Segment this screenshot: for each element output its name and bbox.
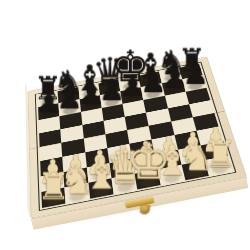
piece-black-pawn-h7: ♟ <box>182 59 209 89</box>
piece-white-rook-h1: ♜ <box>204 135 237 172</box>
square-h5 <box>189 100 214 117</box>
scene: ♜♞♝♛♚♝♞♜♟♟♟♟♟♟♟♟♟♟♟♟♟♟♟♟♜♞♝♛♚♝♞♜ <box>0 0 250 250</box>
box-left-edge <box>25 83 30 219</box>
product-photo: ♜♞♝♛♚♝♞♜♟♟♟♟♟♟♟♟♟♟♟♟♟♟♟♟♜♞♝♛♚♝♞♜ <box>0 0 250 250</box>
square-g5 <box>167 104 192 121</box>
brass-clasp-hasp-icon <box>140 205 151 214</box>
wooden-chess-box: ♜♞♝♛♚♝♞♜♟♟♟♟♟♟♟♟♟♟♟♟♟♟♟♟♜♞♝♛♚♝♞♜ <box>28 56 247 218</box>
square-e5 <box>125 112 149 130</box>
square-b5 <box>61 125 84 143</box>
square-f5 <box>146 108 171 125</box>
square-h1: ♜ <box>204 156 232 176</box>
